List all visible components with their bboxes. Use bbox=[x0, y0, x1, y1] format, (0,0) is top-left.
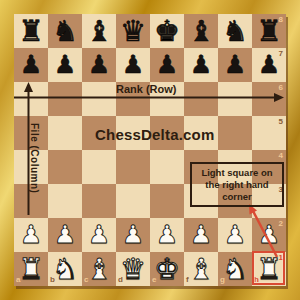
piece-black-queen: ♛ bbox=[120, 14, 146, 48]
square-b8[interactable]: ♞ bbox=[48, 14, 82, 48]
piece-black-knight: ♞ bbox=[222, 14, 248, 48]
file-coordinate-b: b bbox=[50, 276, 55, 284]
piece-black-pawn: ♟ bbox=[224, 48, 246, 82]
piece-black-pawn: ♟ bbox=[156, 48, 178, 82]
piece-white-queen: ♛ bbox=[120, 252, 146, 286]
file-arrow-label: File (Column) bbox=[29, 123, 40, 193]
rank-coordinate-4: 4 bbox=[279, 152, 283, 160]
square-c7[interactable]: ♟ bbox=[82, 48, 116, 82]
square-g6[interactable] bbox=[218, 82, 252, 116]
square-g1[interactable]: g♞ bbox=[218, 252, 252, 286]
square-c1[interactable]: c♝ bbox=[82, 252, 116, 286]
piece-black-pawn: ♟ bbox=[258, 48, 280, 82]
piece-white-bishop: ♝ bbox=[86, 252, 112, 286]
file-coordinate-g: g bbox=[220, 276, 225, 284]
square-a2[interactable]: ♟ bbox=[14, 218, 48, 252]
square-a6[interactable] bbox=[14, 82, 48, 116]
rank-coordinate-7: 7 bbox=[279, 50, 283, 58]
piece-white-pawn: ♟ bbox=[258, 218, 280, 252]
piece-black-bishop: ♝ bbox=[188, 14, 214, 48]
piece-black-pawn: ♟ bbox=[190, 48, 212, 82]
square-b7[interactable]: ♟ bbox=[48, 48, 82, 82]
square-g8[interactable]: ♞ bbox=[218, 14, 252, 48]
square-b5[interactable] bbox=[48, 116, 82, 150]
highlight-square-h1 bbox=[252, 251, 285, 285]
file-coordinate-a: a bbox=[16, 276, 20, 284]
piece-white-pawn: ♟ bbox=[190, 218, 212, 252]
piece-white-pawn: ♟ bbox=[156, 218, 178, 252]
square-e2[interactable]: ♟ bbox=[150, 218, 184, 252]
square-h6[interactable]: 6 bbox=[252, 82, 286, 116]
square-h2[interactable]: 2♟ bbox=[252, 218, 286, 252]
square-d8[interactable]: ♛ bbox=[116, 14, 150, 48]
square-c3[interactable] bbox=[82, 184, 116, 218]
callout-line-3: corner bbox=[192, 191, 282, 203]
square-d7[interactable]: ♟ bbox=[116, 48, 150, 82]
rank-coordinate-5: 5 bbox=[279, 118, 283, 126]
square-f7[interactable]: ♟ bbox=[184, 48, 218, 82]
square-c2[interactable]: ♟ bbox=[82, 218, 116, 252]
watermark-text: ChessDelta.com bbox=[95, 126, 215, 143]
piece-white-rook: ♜ bbox=[18, 252, 44, 286]
rank-arrow-label: Rank (Row) bbox=[116, 83, 177, 95]
square-c8[interactable]: ♝ bbox=[82, 14, 116, 48]
piece-black-rook: ♜ bbox=[18, 14, 44, 48]
square-b1[interactable]: b♞ bbox=[48, 252, 82, 286]
square-b3[interactable] bbox=[48, 184, 82, 218]
square-b2[interactable]: ♟ bbox=[48, 218, 82, 252]
callout-line-2: the right hand bbox=[192, 179, 282, 191]
square-f6[interactable] bbox=[184, 82, 218, 116]
piece-black-pawn: ♟ bbox=[122, 48, 144, 82]
square-c6[interactable] bbox=[82, 82, 116, 116]
square-a1[interactable]: a♜ bbox=[14, 252, 48, 286]
square-g2[interactable]: ♟ bbox=[218, 218, 252, 252]
rank-coordinate-8: 8 bbox=[279, 16, 283, 24]
square-a8[interactable]: ♜ bbox=[14, 14, 48, 48]
piece-white-king: ♚ bbox=[154, 252, 180, 286]
square-b6[interactable] bbox=[48, 82, 82, 116]
piece-black-bishop: ♝ bbox=[86, 14, 112, 48]
square-f2[interactable]: ♟ bbox=[184, 218, 218, 252]
square-e3[interactable] bbox=[150, 184, 184, 218]
piece-black-pawn: ♟ bbox=[54, 48, 76, 82]
square-e4[interactable] bbox=[150, 150, 184, 184]
piece-white-bishop: ♝ bbox=[188, 252, 214, 286]
square-d3[interactable] bbox=[116, 184, 150, 218]
piece-white-knight: ♞ bbox=[52, 252, 78, 286]
file-coordinate-d: d bbox=[118, 276, 123, 284]
square-g7[interactable]: ♟ bbox=[218, 48, 252, 82]
piece-white-pawn: ♟ bbox=[54, 218, 76, 252]
piece-white-pawn: ♟ bbox=[122, 218, 144, 252]
square-a7[interactable]: ♟ bbox=[14, 48, 48, 82]
square-e1[interactable]: e♚ bbox=[150, 252, 184, 286]
file-coordinate-f: f bbox=[186, 276, 189, 284]
square-d1[interactable]: d♛ bbox=[116, 252, 150, 286]
piece-white-pawn: ♟ bbox=[224, 218, 246, 252]
square-d4[interactable] bbox=[116, 150, 150, 184]
piece-black-pawn: ♟ bbox=[88, 48, 110, 82]
square-g5[interactable] bbox=[218, 116, 252, 150]
piece-black-knight: ♞ bbox=[52, 14, 78, 48]
piece-white-knight: ♞ bbox=[222, 252, 248, 286]
piece-white-pawn: ♟ bbox=[20, 218, 42, 252]
square-f1[interactable]: f♝ bbox=[184, 252, 218, 286]
square-e7[interactable]: ♟ bbox=[150, 48, 184, 82]
piece-black-pawn: ♟ bbox=[20, 48, 42, 82]
piece-black-rook: ♜ bbox=[256, 14, 282, 48]
square-f8[interactable]: ♝ bbox=[184, 14, 218, 48]
square-h7[interactable]: 7♟ bbox=[252, 48, 286, 82]
rank-coordinate-2: 2 bbox=[279, 220, 283, 228]
square-h8[interactable]: 8♜ bbox=[252, 14, 286, 48]
piece-black-king: ♚ bbox=[154, 14, 180, 48]
square-e8[interactable]: ♚ bbox=[150, 14, 184, 48]
file-coordinate-e: e bbox=[152, 276, 156, 284]
callout-line-1: Light square on bbox=[192, 167, 282, 179]
square-d2[interactable]: ♟ bbox=[116, 218, 150, 252]
square-h5[interactable]: 5 bbox=[252, 116, 286, 150]
piece-white-pawn: ♟ bbox=[88, 218, 110, 252]
rank-coordinate-6: 6 bbox=[279, 84, 283, 92]
square-c4[interactable] bbox=[82, 150, 116, 184]
file-coordinate-c: c bbox=[84, 276, 88, 284]
callout-box: Light square on the right hand corner bbox=[190, 162, 284, 207]
chess-diagram: ♜♞♝♛♚♝♞8♜♟♟♟♟♟♟♟7♟6543♟♟♟♟♟♟♟2♟a♜b♞c♝d♛e… bbox=[0, 0, 300, 300]
board: ♜♞♝♛♚♝♞8♜♟♟♟♟♟♟♟7♟6543♟♟♟♟♟♟♟2♟a♜b♞c♝d♛e… bbox=[14, 14, 286, 286]
square-b4[interactable] bbox=[48, 150, 82, 184]
